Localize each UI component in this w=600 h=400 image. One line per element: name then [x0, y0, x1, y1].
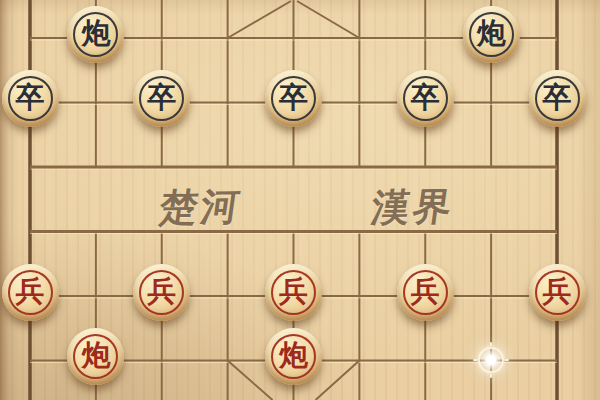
red-soldier[interactable]: 兵 — [2, 264, 59, 321]
piece-glyph: 卒 — [529, 70, 586, 127]
piece-glyph: 炮 — [463, 6, 520, 63]
piece-glyph: 兵 — [2, 264, 59, 321]
river-label-right: 漢界 — [369, 187, 457, 226]
piece-glyph: 兵 — [529, 264, 586, 321]
piece-glyph: 兵 — [265, 264, 322, 321]
piece-glyph: 炮 — [67, 328, 124, 385]
piece-glyph: 兵 — [397, 264, 454, 321]
piece-glyph: 卒 — [133, 70, 190, 127]
piece-glyph: 炮 — [265, 328, 322, 385]
red-soldier[interactable]: 兵 — [133, 264, 190, 321]
black-cannon[interactable]: 炮 — [463, 6, 520, 63]
red-soldier[interactable]: 兵 — [265, 264, 322, 321]
piece-glyph: 卒 — [2, 70, 59, 127]
black-cannon[interactable]: 炮 — [67, 6, 124, 63]
xiangqi-board[interactable]: 楚河 漢界 炮炮卒卒卒卒卒兵兵兵兵兵炮炮 — [0, 0, 600, 400]
red-soldier[interactable]: 兵 — [397, 264, 454, 321]
piece-glyph: 卒 — [397, 70, 454, 127]
move-from-indicator — [474, 343, 508, 377]
piece-glyph: 卒 — [265, 70, 322, 127]
marker-glow-icon — [486, 355, 496, 365]
black-soldier[interactable]: 卒 — [2, 70, 59, 127]
black-soldier[interactable]: 卒 — [397, 70, 454, 127]
piece-glyph: 炮 — [67, 6, 124, 63]
black-soldier[interactable]: 卒 — [265, 70, 322, 127]
piece-glyph: 兵 — [133, 264, 190, 321]
river-label-left: 楚河 — [157, 187, 245, 226]
red-soldier[interactable]: 兵 — [529, 264, 586, 321]
red-cannon[interactable]: 炮 — [265, 328, 322, 385]
black-soldier[interactable]: 卒 — [133, 70, 190, 127]
red-cannon[interactable]: 炮 — [67, 328, 124, 385]
black-soldier[interactable]: 卒 — [529, 70, 586, 127]
